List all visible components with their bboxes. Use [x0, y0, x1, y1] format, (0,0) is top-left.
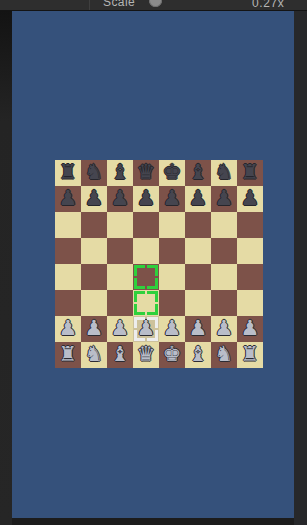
- square-a4[interactable]: [55, 264, 81, 290]
- square-f3[interactable]: [185, 290, 211, 316]
- square-e3[interactable]: [159, 290, 185, 316]
- square-g4[interactable]: [211, 264, 237, 290]
- square-d4[interactable]: [133, 264, 159, 290]
- square-h8[interactable]: ♜: [237, 160, 263, 186]
- game-window: Scale 0.27x ♜♞♝♛♚♝♞♜♟♟♟♟♟♟♟♟♟♟♟♟♟♟♟♟♜♞♝♛…: [0, 0, 307, 525]
- square-g6[interactable]: [211, 212, 237, 238]
- bracket-corner-br: [147, 278, 158, 289]
- square-d5[interactable]: [133, 238, 159, 264]
- square-c5[interactable]: [107, 238, 133, 264]
- piece-black-pawn: ♟: [107, 186, 133, 212]
- move-highlight: [134, 265, 158, 289]
- bracket-corner-bl: [134, 278, 145, 289]
- square-c8[interactable]: ♝: [107, 160, 133, 186]
- square-f2[interactable]: ♟: [185, 316, 211, 342]
- square-g7[interactable]: ♟: [211, 186, 237, 212]
- square-g1[interactable]: ♞: [211, 342, 237, 368]
- square-e7[interactable]: ♟: [159, 186, 185, 212]
- square-b7[interactable]: ♟: [81, 186, 107, 212]
- square-b1[interactable]: ♞: [81, 342, 107, 368]
- square-d1[interactable]: ♛: [133, 342, 159, 368]
- square-b3[interactable]: [81, 290, 107, 316]
- piece-white-bishop: ♝: [107, 342, 133, 368]
- square-b4[interactable]: [81, 264, 107, 290]
- piece-white-pawn: ♟: [185, 316, 211, 342]
- square-c2[interactable]: ♟: [107, 316, 133, 342]
- piece-black-pawn: ♟: [55, 186, 81, 212]
- piece-white-queen: ♛: [133, 342, 159, 368]
- square-d3[interactable]: [133, 290, 159, 316]
- bracket-corner-br: [147, 304, 158, 315]
- square-h1[interactable]: ♜: [237, 342, 263, 368]
- square-b5[interactable]: [81, 238, 107, 264]
- square-c6[interactable]: [107, 212, 133, 238]
- square-f6[interactable]: [185, 212, 211, 238]
- square-h2[interactable]: ♟: [237, 316, 263, 342]
- piece-black-knight: ♞: [81, 160, 107, 186]
- piece-white-pawn: ♟: [211, 316, 237, 342]
- bracket-corner-tl: [134, 291, 145, 302]
- square-c7[interactable]: ♟: [107, 186, 133, 212]
- square-f5[interactable]: [185, 238, 211, 264]
- square-f1[interactable]: ♝: [185, 342, 211, 368]
- square-c4[interactable]: [107, 264, 133, 290]
- square-e2[interactable]: ♟: [159, 316, 185, 342]
- piece-black-pawn: ♟: [237, 186, 263, 212]
- piece-black-pawn: ♟: [81, 186, 107, 212]
- square-d7[interactable]: ♟: [133, 186, 159, 212]
- square-a7[interactable]: ♟: [55, 186, 81, 212]
- square-d8[interactable]: ♛: [133, 160, 159, 186]
- square-g3[interactable]: [211, 290, 237, 316]
- piece-white-king: ♚: [159, 342, 185, 368]
- piece-white-rook: ♜: [237, 342, 263, 368]
- square-d6[interactable]: [133, 212, 159, 238]
- piece-black-pawn: ♟: [159, 186, 185, 212]
- square-a5[interactable]: [55, 238, 81, 264]
- piece-white-pawn: ♟: [133, 316, 159, 342]
- window-frame-bottom: [12, 518, 294, 525]
- square-h4[interactable]: [237, 264, 263, 290]
- square-h3[interactable]: [237, 290, 263, 316]
- piece-white-bishop: ♝: [185, 342, 211, 368]
- square-e6[interactable]: [159, 212, 185, 238]
- piece-black-rook: ♜: [55, 160, 81, 186]
- scale-slider-knob[interactable]: [149, 0, 162, 7]
- piece-white-pawn: ♟: [81, 316, 107, 342]
- square-f4[interactable]: [185, 264, 211, 290]
- piece-black-knight: ♞: [211, 160, 237, 186]
- move-highlight: [134, 291, 158, 315]
- bracket-corner-bl: [134, 304, 145, 315]
- square-h7[interactable]: ♟: [237, 186, 263, 212]
- square-e8[interactable]: ♚: [159, 160, 185, 186]
- scale-value: 0.27x: [252, 0, 284, 10]
- square-h6[interactable]: [237, 212, 263, 238]
- square-g5[interactable]: [211, 238, 237, 264]
- square-g2[interactable]: ♟: [211, 316, 237, 342]
- square-f7[interactable]: ♟: [185, 186, 211, 212]
- square-g8[interactable]: ♞: [211, 160, 237, 186]
- square-e4[interactable]: [159, 264, 185, 290]
- piece-black-pawn: ♟: [211, 186, 237, 212]
- square-b2[interactable]: ♟: [81, 316, 107, 342]
- window-frame-right: [294, 11, 307, 525]
- piece-white-pawn: ♟: [237, 316, 263, 342]
- square-b8[interactable]: ♞: [81, 160, 107, 186]
- game-viewport: ♜♞♝♛♚♝♞♜♟♟♟♟♟♟♟♟♟♟♟♟♟♟♟♟♜♞♝♛♚♝♞♜: [12, 11, 294, 518]
- piece-black-king: ♚: [159, 160, 185, 186]
- piece-white-pawn: ♟: [159, 316, 185, 342]
- piece-black-pawn: ♟: [133, 186, 159, 212]
- square-a3[interactable]: [55, 290, 81, 316]
- piece-white-pawn: ♟: [107, 316, 133, 342]
- square-a6[interactable]: [55, 212, 81, 238]
- bracket-corner-tr: [147, 291, 158, 302]
- chess-board: ♜♞♝♛♚♝♞♜♟♟♟♟♟♟♟♟♟♟♟♟♟♟♟♟♜♞♝♛♚♝♞♜: [55, 160, 263, 368]
- square-a8[interactable]: ♜: [55, 160, 81, 186]
- square-a1[interactable]: ♜: [55, 342, 81, 368]
- square-c1[interactable]: ♝: [107, 342, 133, 368]
- game-view-toolbar: Scale 0.27x: [0, 0, 307, 11]
- piece-black-bishop: ♝: [107, 160, 133, 186]
- piece-white-knight: ♞: [81, 342, 107, 368]
- bracket-corner-tl: [134, 265, 145, 276]
- scale-label: Scale: [103, 0, 135, 9]
- piece-white-pawn: ♟: [55, 316, 81, 342]
- toolbar-separator: [89, 0, 90, 10]
- piece-black-rook: ♜: [237, 160, 263, 186]
- piece-black-bishop: ♝: [185, 160, 211, 186]
- square-e5[interactable]: [159, 238, 185, 264]
- square-f8[interactable]: ♝: [185, 160, 211, 186]
- piece-white-knight: ♞: [211, 342, 237, 368]
- window-frame-left: [0, 11, 12, 525]
- bracket-corner-tr: [147, 265, 158, 276]
- piece-white-rook: ♜: [55, 342, 81, 368]
- square-h5[interactable]: [237, 238, 263, 264]
- piece-black-queen: ♛: [133, 160, 159, 186]
- square-b6[interactable]: [81, 212, 107, 238]
- piece-black-pawn: ♟: [185, 186, 211, 212]
- square-e1[interactable]: ♚: [159, 342, 185, 368]
- square-d2[interactable]: ♟: [133, 316, 159, 342]
- square-a2[interactable]: ♟: [55, 316, 81, 342]
- square-c3[interactable]: [107, 290, 133, 316]
